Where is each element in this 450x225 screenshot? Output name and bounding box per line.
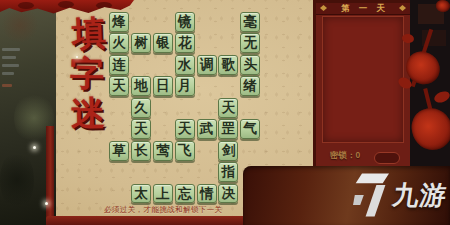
tile-上[interactable]: 上 bbox=[153, 184, 173, 204]
tile-飞[interactable]: 飞 bbox=[175, 141, 195, 161]
puzzle-board: 烽镜毫火树银花无连水调歌头天地日月绪久天天天武罡气草长莺飞剑指太上忘情决 bbox=[109, 12, 260, 203]
blurred-background-text bbox=[2, 64, 19, 67]
tile-花[interactable]: 花 bbox=[175, 33, 195, 53]
background-block bbox=[422, 30, 446, 46]
tile-天[interactable]: 天 bbox=[109, 76, 129, 96]
day-panel: 第一天 密锁：0 bbox=[313, 0, 413, 169]
tile-草[interactable]: 草 bbox=[109, 141, 129, 161]
tile-气[interactable]: 气 bbox=[240, 119, 260, 139]
9game-logo-icon bbox=[353, 173, 389, 217]
key-count-label: 密锁：0 bbox=[330, 150, 360, 162]
sparkle-icon bbox=[76, 56, 78, 58]
tile-指[interactable]: 指 bbox=[218, 162, 238, 182]
day-panel-header: 第一天 bbox=[316, 3, 410, 15]
tile-天[interactable]: 天 bbox=[218, 98, 238, 118]
title-char: 填 bbox=[65, 12, 112, 54]
tile-天[interactable]: 天 bbox=[131, 119, 151, 139]
tile-久[interactable]: 久 bbox=[131, 98, 151, 118]
key-count-button[interactable] bbox=[374, 152, 400, 164]
sparkle-icon bbox=[33, 146, 36, 149]
tile-莺[interactable]: 莺 bbox=[153, 141, 173, 161]
board-frame-left bbox=[46, 126, 54, 225]
board-frame-bottom bbox=[46, 216, 246, 225]
watermark-overlay: 九游 bbox=[243, 166, 450, 225]
tile-银[interactable]: 银 bbox=[153, 33, 173, 53]
tile-地[interactable]: 地 bbox=[131, 76, 151, 96]
9game-logo: 九游 bbox=[353, 173, 447, 217]
day-panel-body bbox=[322, 16, 404, 143]
background-block bbox=[418, 4, 444, 24]
banner-shade bbox=[18, 2, 34, 9]
background-dark-area bbox=[410, 0, 450, 169]
tile-绪[interactable]: 绪 bbox=[240, 76, 260, 96]
tile-决[interactable]: 决 bbox=[218, 184, 238, 204]
tile-情[interactable]: 情 bbox=[197, 184, 217, 204]
tile-忘[interactable]: 忘 bbox=[175, 184, 195, 204]
tile-太[interactable]: 太 bbox=[131, 184, 151, 204]
tile-头[interactable]: 头 bbox=[240, 55, 260, 75]
9game-logo-text: 九游 bbox=[391, 178, 450, 213]
tile-连[interactable]: 连 bbox=[109, 55, 129, 75]
tile-烽[interactable]: 烽 bbox=[109, 12, 129, 32]
tile-罡[interactable]: 罡 bbox=[218, 119, 238, 139]
tile-调[interactable]: 调 bbox=[197, 55, 217, 75]
tile-树[interactable]: 树 bbox=[131, 33, 151, 53]
scene-brown-patch bbox=[0, 8, 40, 42]
scene-dark-patch bbox=[0, 150, 34, 210]
blurred-background-text bbox=[2, 84, 12, 87]
blurred-background-text bbox=[2, 72, 14, 75]
tile-无[interactable]: 无 bbox=[240, 33, 260, 53]
tile-毫[interactable]: 毫 bbox=[240, 12, 260, 32]
banner-shade bbox=[58, 1, 74, 8]
tile-水[interactable]: 水 bbox=[175, 55, 195, 75]
tile-天[interactable]: 天 bbox=[175, 119, 195, 139]
screenshot-root: 填 字 迷 烽镜毫火树银花无连水调歌头天地日月绪久天天天武罡气草长莺飞剑指太上忘… bbox=[0, 0, 450, 225]
tile-长[interactable]: 长 bbox=[131, 141, 151, 161]
tile-镜[interactable]: 镜 bbox=[175, 12, 195, 32]
puzzle-title: 填 字 迷 bbox=[66, 13, 112, 133]
tile-歌[interactable]: 歌 bbox=[218, 55, 238, 75]
tile-日[interactable]: 日 bbox=[153, 76, 173, 96]
title-char: 字 bbox=[64, 53, 111, 94]
blurred-background-text bbox=[2, 56, 16, 59]
hint-text: 必须过关，才能挑战和解锁下一关 bbox=[104, 205, 256, 215]
tile-武[interactable]: 武 bbox=[197, 119, 217, 139]
sparkle-icon bbox=[45, 202, 48, 205]
tile-剑[interactable]: 剑 bbox=[218, 141, 238, 161]
blurred-background-text bbox=[2, 48, 20, 51]
tile-月[interactable]: 月 bbox=[175, 76, 195, 96]
title-char: 迷 bbox=[65, 93, 112, 134]
